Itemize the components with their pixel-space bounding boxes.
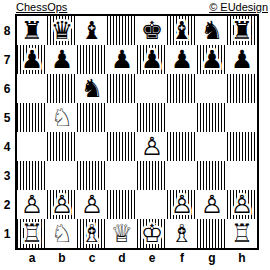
file-label-b: b [47, 250, 77, 266]
square-b2: ♟♙ [47, 190, 77, 219]
square-e8: ♚ [137, 16, 167, 45]
app-title-link[interactable]: ChessOps [16, 1, 67, 13]
piece-white-rook: ♜♖ [227, 219, 257, 248]
square-g4 [197, 132, 227, 161]
square-f7: ♟ [167, 45, 197, 74]
piece-white-pawn: ♟♙ [137, 132, 167, 161]
square-h2: ♟♙ [227, 190, 257, 219]
square-h6 [227, 74, 257, 103]
square-d5 [107, 103, 137, 132]
piece-black-knight: ♞ [77, 74, 107, 103]
square-d1: ♛♕ [107, 219, 137, 248]
piece-white-rook: ♜♖ [17, 219, 47, 248]
square-f2: ♟♙ [167, 190, 197, 219]
square-b6 [47, 74, 77, 103]
square-g7: ♟ [197, 45, 227, 74]
square-c2: ♟♙ [77, 190, 107, 219]
piece-black-knight: ♞ [197, 16, 227, 45]
square-a6 [17, 74, 47, 103]
square-g5 [197, 103, 227, 132]
piece-white-pawn: ♟♙ [167, 190, 197, 219]
piece-black-pawn: ♟ [197, 45, 227, 74]
square-f3 [167, 161, 197, 190]
square-d4 [107, 132, 137, 161]
piece-white-knight: ♞♘ [47, 103, 77, 132]
rank-label-1: 1 [0, 219, 14, 248]
file-labels: abcdefgh [17, 250, 257, 266]
square-b7: ♟ [47, 45, 77, 74]
piece-white-king: ♚♔ [137, 219, 167, 248]
square-g3 [197, 161, 227, 190]
piece-white-bishop: ♝♗ [77, 219, 107, 248]
rank-label-3: 3 [0, 161, 14, 190]
square-d3 [107, 161, 137, 190]
square-a3 [17, 161, 47, 190]
piece-black-king: ♚ [137, 16, 167, 45]
file-label-g: g [197, 250, 227, 266]
file-label-f: f [167, 250, 197, 266]
piece-black-pawn: ♟ [167, 45, 197, 74]
square-g2: ♟♙ [197, 190, 227, 219]
square-g1 [197, 219, 227, 248]
square-h1: ♜♖ [227, 219, 257, 248]
piece-black-bishop: ♝ [167, 16, 197, 45]
rank-labels: 87654321 [0, 16, 14, 248]
piece-white-pawn: ♟♙ [17, 190, 47, 219]
piece-white-knight: ♞♘ [47, 219, 77, 248]
piece-white-pawn: ♟♙ [227, 190, 257, 219]
chess-board[interactable]: ♜♛♝♚♝♞♜♟♟♟♟♟♟♟♞♞♘♟♙♟♙♟♙♟♙♟♙♟♙♟♙♜♖♞♘♝♗♛♕♚… [15, 14, 259, 250]
square-a1: ♜♖ [17, 219, 47, 248]
square-b3 [47, 161, 77, 190]
square-f8: ♝ [167, 16, 197, 45]
chessops-diagram-page: ChessOps © EUdesign 87654321 ♜♛♝♚♝♞♜♟♟♟♟… [0, 0, 270, 270]
square-e1: ♚♔ [137, 219, 167, 248]
file-label-e: e [137, 250, 167, 266]
square-b1: ♞♘ [47, 219, 77, 248]
piece-white-queen: ♛♕ [107, 219, 137, 248]
piece-black-pawn: ♟ [47, 45, 77, 74]
piece-white-pawn: ♟♙ [197, 190, 227, 219]
square-a2: ♟♙ [17, 190, 47, 219]
square-a5 [17, 103, 47, 132]
square-f4 [167, 132, 197, 161]
square-h5 [227, 103, 257, 132]
square-b4 [47, 132, 77, 161]
rank-label-7: 7 [0, 45, 14, 74]
square-d8 [107, 16, 137, 45]
square-f6 [167, 74, 197, 103]
file-label-h: h [227, 250, 257, 266]
file-label-d: d [107, 250, 137, 266]
square-e7: ♟ [137, 45, 167, 74]
rank-label-6: 6 [0, 74, 14, 103]
square-b5: ♞♘ [47, 103, 77, 132]
square-a7: ♟ [17, 45, 47, 74]
square-h7: ♟ [227, 45, 257, 74]
file-label-a: a [17, 250, 47, 266]
piece-black-pawn: ♟ [107, 45, 137, 74]
square-a8: ♜ [17, 16, 47, 45]
square-e6 [137, 74, 167, 103]
square-c6: ♞ [77, 74, 107, 103]
square-d2 [107, 190, 137, 219]
piece-black-pawn: ♟ [17, 45, 47, 74]
piece-black-pawn: ♟ [227, 45, 257, 74]
piece-black-pawn: ♟ [137, 45, 167, 74]
square-f1: ♝♗ [167, 219, 197, 248]
square-c3 [77, 161, 107, 190]
square-e4: ♟♙ [137, 132, 167, 161]
square-c1: ♝♗ [77, 219, 107, 248]
square-b8: ♛ [47, 16, 77, 45]
square-d7: ♟ [107, 45, 137, 74]
rank-label-2: 2 [0, 190, 14, 219]
rank-label-4: 4 [0, 132, 14, 161]
square-c8: ♝ [77, 16, 107, 45]
piece-white-pawn: ♟♙ [77, 190, 107, 219]
piece-black-rook: ♜ [227, 16, 257, 45]
piece-white-bishop: ♝♗ [167, 219, 197, 248]
square-a4 [17, 132, 47, 161]
square-c4 [77, 132, 107, 161]
square-f5 [167, 103, 197, 132]
credit-link[interactable]: © EUdesign [209, 1, 268, 13]
rank-label-5: 5 [0, 103, 14, 132]
piece-black-rook: ♜ [17, 16, 47, 45]
square-d6 [107, 74, 137, 103]
square-e5 [137, 103, 167, 132]
square-c7 [77, 45, 107, 74]
square-h8: ♜ [227, 16, 257, 45]
square-h3 [227, 161, 257, 190]
square-g8: ♞ [197, 16, 227, 45]
piece-white-pawn: ♟♙ [47, 190, 77, 219]
square-g6 [197, 74, 227, 103]
piece-black-bishop: ♝ [77, 16, 107, 45]
square-e3 [137, 161, 167, 190]
square-e2 [137, 190, 167, 219]
rank-label-8: 8 [0, 16, 14, 45]
square-h4 [227, 132, 257, 161]
square-c5 [77, 103, 107, 132]
piece-black-queen: ♛ [47, 16, 77, 45]
file-label-c: c [77, 250, 107, 266]
